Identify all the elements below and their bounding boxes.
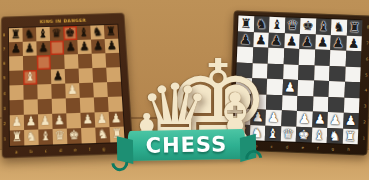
square-g7[interactable]: ♟ bbox=[91, 39, 105, 54]
white-pawn: ♟ bbox=[82, 114, 93, 127]
square-h2[interactable]: ♟ bbox=[109, 111, 124, 127]
square-d3[interactable] bbox=[281, 95, 297, 111]
file-label: f bbox=[89, 147, 91, 153]
app-title: CHESS bbox=[145, 132, 227, 157]
rank-label: 4 bbox=[364, 88, 367, 93]
black-bishop: ♝ bbox=[79, 27, 90, 39]
square-f7[interactable]: ♟ bbox=[315, 34, 331, 50]
black-pawn: ♟ bbox=[317, 35, 329, 48]
square-c6[interactable] bbox=[37, 55, 51, 70]
square-e7[interactable]: ♟ bbox=[299, 33, 315, 49]
square-a8[interactable]: ♜ bbox=[238, 16, 254, 32]
square-g2[interactable]: ♟ bbox=[95, 112, 110, 128]
square-d1[interactable]: ♛ bbox=[280, 126, 296, 142]
square-e4[interactable] bbox=[298, 80, 314, 96]
square-h1[interactable]: ♜ bbox=[342, 128, 358, 144]
black-queen: ♛ bbox=[51, 28, 61, 40]
white-pawn: ♟ bbox=[40, 115, 51, 128]
black-pawn: ♟ bbox=[301, 35, 313, 48]
square-f5[interactable] bbox=[79, 68, 94, 83]
white-knight: ♞ bbox=[329, 129, 341, 142]
square-d5[interactable] bbox=[283, 64, 299, 80]
square-e1[interactable]: ♚ bbox=[296, 126, 312, 142]
square-e8[interactable]: ♚ bbox=[300, 18, 316, 34]
square-b3[interactable] bbox=[24, 99, 38, 114]
square-e2[interactable] bbox=[66, 113, 81, 129]
black-rook: ♜ bbox=[348, 21, 360, 34]
file-label: g bbox=[102, 146, 105, 152]
square-d5[interactable]: ♟ bbox=[51, 69, 65, 84]
square-c4[interactable] bbox=[37, 84, 51, 99]
file-label: h bbox=[347, 147, 350, 152]
square-a3[interactable] bbox=[10, 100, 24, 115]
black-pawn: ♟ bbox=[53, 70, 64, 82]
black-pawn: ♟ bbox=[332, 36, 344, 49]
white-rook: ♜ bbox=[12, 131, 23, 144]
rank-label: 1 bbox=[3, 137, 6, 143]
square-f3[interactable] bbox=[80, 97, 95, 112]
square-h7[interactable]: ♟ bbox=[105, 39, 120, 54]
square-g6[interactable] bbox=[92, 53, 107, 68]
square-b8[interactable]: ♞ bbox=[253, 16, 269, 32]
black-knight: ♞ bbox=[92, 26, 103, 38]
square-e6[interactable] bbox=[299, 49, 315, 65]
square-f7[interactable]: ♟ bbox=[77, 40, 91, 55]
square-c8[interactable]: ♝ bbox=[269, 17, 285, 33]
square-d4[interactable] bbox=[51, 84, 65, 99]
black-pawn: ♟ bbox=[286, 34, 298, 47]
square-b4[interactable] bbox=[23, 85, 37, 100]
file-label: e bbox=[74, 147, 77, 153]
white-bishop: ♝ bbox=[40, 130, 51, 143]
chess-title-ribbon: CHESS bbox=[128, 129, 246, 161]
square-f2[interactable]: ♟ bbox=[312, 111, 328, 127]
square-g4[interactable] bbox=[93, 82, 108, 97]
black-pawn: ♟ bbox=[270, 34, 282, 47]
square-g5[interactable] bbox=[329, 66, 345, 82]
black-pawn: ♟ bbox=[38, 42, 48, 54]
rank-label: 5 bbox=[3, 76, 6, 81]
white-bishop: ♝ bbox=[25, 71, 35, 83]
square-a8[interactable]: ♜ bbox=[9, 28, 23, 42]
square-e6[interactable] bbox=[64, 54, 78, 69]
square-g1[interactable]: ♞ bbox=[95, 127, 110, 143]
square-a2[interactable]: ♟ bbox=[10, 115, 24, 131]
square-h2[interactable]: ♟ bbox=[343, 113, 359, 129]
square-c8[interactable]: ♝ bbox=[36, 27, 50, 41]
black-pawn: ♟ bbox=[25, 43, 35, 55]
square-b8[interactable]: ♞ bbox=[22, 27, 36, 41]
square-d4[interactable]: ♟ bbox=[282, 79, 298, 95]
square-a4[interactable] bbox=[9, 85, 23, 100]
file-label: d bbox=[286, 144, 289, 149]
square-e1[interactable]: ♚ bbox=[67, 128, 82, 144]
square-g2[interactable]: ♟ bbox=[327, 112, 343, 128]
square-b7[interactable]: ♟ bbox=[23, 41, 37, 56]
square-h3[interactable] bbox=[343, 97, 359, 113]
square-d1[interactable]: ♛ bbox=[53, 129, 68, 145]
file-label: d bbox=[59, 147, 62, 153]
square-f4[interactable] bbox=[79, 83, 94, 98]
square-e5[interactable] bbox=[298, 64, 314, 80]
black-knight: ♞ bbox=[255, 17, 267, 30]
white-pawn: ♟ bbox=[111, 113, 122, 126]
square-c5[interactable] bbox=[37, 69, 51, 84]
square-h3[interactable] bbox=[108, 96, 123, 111]
square-h4[interactable] bbox=[344, 82, 360, 98]
square-h6[interactable] bbox=[345, 51, 361, 67]
white-pawn: ♟ bbox=[12, 116, 23, 129]
square-b6[interactable] bbox=[23, 56, 37, 71]
black-king: ♚ bbox=[302, 19, 314, 32]
rank-label: 2 bbox=[3, 121, 6, 127]
square-a6[interactable] bbox=[9, 56, 23, 71]
square-e3[interactable] bbox=[66, 98, 81, 113]
square-h8[interactable]: ♜ bbox=[104, 25, 118, 39]
file-label: a bbox=[15, 149, 18, 155]
square-f2[interactable]: ♟ bbox=[80, 112, 95, 128]
black-queen: ♛ bbox=[286, 19, 298, 32]
black-pawn: ♟ bbox=[93, 40, 104, 52]
square-g3[interactable] bbox=[94, 97, 109, 112]
white-king: ♚ bbox=[298, 128, 310, 141]
square-b1[interactable]: ♞ bbox=[24, 130, 39, 146]
square-f8[interactable]: ♝ bbox=[77, 26, 91, 40]
square-d7[interactable] bbox=[50, 40, 64, 55]
square-h4[interactable] bbox=[107, 82, 122, 97]
white-pawn: ♟ bbox=[284, 81, 296, 94]
square-g1[interactable]: ♞ bbox=[327, 128, 343, 144]
square-b5[interactable]: ♝ bbox=[23, 70, 37, 85]
square-g7[interactable]: ♟ bbox=[330, 35, 346, 51]
rank-label: 4 bbox=[3, 90, 6, 95]
left-board-grid: ♜♞♝♛♚♝♞♜♟♟♟♟♟♟♟♝♟♟♟♟♟♟♟♟♟♜♞♝♛♚♞♜ bbox=[8, 24, 126, 147]
square-f8[interactable]: ♝ bbox=[315, 19, 331, 35]
square-a1[interactable]: ♜ bbox=[10, 130, 25, 146]
square-e3[interactable] bbox=[297, 95, 313, 111]
square-h8[interactable]: ♜ bbox=[346, 20, 362, 36]
black-pawn: ♟ bbox=[106, 40, 117, 52]
rank-label: 8 bbox=[3, 32, 6, 37]
black-knight: ♞ bbox=[24, 29, 34, 41]
white-pawn: ♟ bbox=[329, 113, 341, 126]
square-f5[interactable] bbox=[314, 65, 330, 81]
left-board-rank-labels: 87654321 bbox=[1, 27, 8, 147]
white-rook: ♜ bbox=[344, 129, 356, 142]
square-d7[interactable]: ♟ bbox=[284, 33, 300, 49]
black-king: ♚ bbox=[65, 27, 75, 39]
left-chessboard: KING IN DANGER 87654321 ♜♞♝♛♚♝♞♜♟♟♟♟♟♟♟♝… bbox=[1, 13, 134, 159]
rank-label: 6 bbox=[3, 61, 6, 66]
file-label: e bbox=[301, 145, 304, 150]
white-knight: ♞ bbox=[97, 129, 108, 142]
square-f6[interactable] bbox=[314, 50, 330, 66]
chess-promo-scene: KING IN DANGER 87654321 ♜♞♝♛♚♝♞♜♟♟♟♟♟♟♟♝… bbox=[0, 0, 369, 180]
square-h5[interactable] bbox=[106, 67, 121, 82]
square-g4[interactable] bbox=[328, 81, 344, 97]
square-d8[interactable]: ♛ bbox=[50, 26, 64, 40]
black-rook: ♜ bbox=[11, 29, 21, 41]
black-pawn: ♟ bbox=[11, 43, 21, 55]
rank-label: 7 bbox=[3, 46, 6, 51]
white-queen: ♛ bbox=[282, 127, 294, 140]
rank-label: 6 bbox=[366, 56, 369, 61]
square-c3[interactable] bbox=[38, 99, 52, 114]
white-pawn: ♟ bbox=[298, 112, 310, 125]
black-rook: ♜ bbox=[106, 26, 117, 38]
square-h7[interactable]: ♟ bbox=[346, 35, 362, 51]
square-a7[interactable]: ♟ bbox=[9, 42, 23, 57]
black-pawn: ♟ bbox=[79, 41, 90, 53]
white-king: ♚ bbox=[69, 129, 80, 142]
square-f1[interactable] bbox=[81, 128, 96, 144]
rank-label: 3 bbox=[3, 106, 6, 111]
square-f3[interactable] bbox=[312, 96, 328, 112]
file-label: c bbox=[45, 148, 47, 154]
rank-label: 3 bbox=[364, 104, 367, 109]
black-bishop: ♝ bbox=[38, 28, 48, 40]
white-pawn: ♟ bbox=[96, 113, 107, 126]
square-g6[interactable] bbox=[330, 50, 346, 66]
square-b2[interactable]: ♟ bbox=[24, 114, 38, 130]
square-f1[interactable]: ♝ bbox=[311, 127, 327, 143]
square-c7[interactable]: ♟ bbox=[36, 41, 50, 56]
square-d3[interactable] bbox=[52, 98, 67, 113]
square-e7[interactable]: ♟ bbox=[64, 40, 78, 55]
file-label: b bbox=[30, 149, 33, 155]
square-d6[interactable] bbox=[283, 48, 299, 64]
black-bishop: ♝ bbox=[317, 20, 329, 33]
square-d6[interactable] bbox=[50, 55, 64, 70]
square-e4[interactable]: ♟ bbox=[65, 83, 80, 98]
black-knight: ♞ bbox=[333, 20, 345, 33]
square-c1[interactable]: ♝ bbox=[38, 129, 53, 145]
white-queen: ♛ bbox=[54, 130, 65, 143]
black-pawn: ♟ bbox=[66, 41, 77, 53]
square-a5[interactable] bbox=[9, 70, 23, 85]
rank-label: 2 bbox=[363, 119, 366, 124]
square-c2[interactable]: ♟ bbox=[38, 114, 53, 130]
square-f6[interactable] bbox=[78, 54, 92, 69]
black-bishop: ♝ bbox=[271, 18, 283, 31]
rank-label: 5 bbox=[365, 72, 368, 77]
square-g3[interactable] bbox=[328, 97, 344, 113]
file-label: f bbox=[317, 146, 319, 151]
white-pawn: ♟ bbox=[26, 116, 37, 129]
black-pawn: ♟ bbox=[348, 37, 360, 50]
white-pawn: ♟ bbox=[314, 113, 326, 126]
right-board-rank-labels: 87654321 bbox=[361, 19, 369, 145]
file-label: g bbox=[332, 146, 335, 151]
square-f4[interactable] bbox=[313, 81, 329, 97]
square-g8[interactable]: ♞ bbox=[331, 19, 347, 35]
white-bishop: ♝ bbox=[313, 128, 325, 141]
square-d2[interactable] bbox=[281, 110, 297, 126]
white-pawn: ♟ bbox=[67, 84, 78, 96]
square-g8[interactable]: ♞ bbox=[90, 25, 104, 39]
rank-label: 1 bbox=[363, 135, 366, 140]
white-pawn: ♟ bbox=[54, 115, 65, 128]
square-g5[interactable] bbox=[92, 68, 107, 83]
square-d8[interactable]: ♛ bbox=[284, 17, 300, 33]
black-rook: ♜ bbox=[240, 17, 252, 30]
square-e2[interactable]: ♟ bbox=[296, 111, 312, 127]
square-e5[interactable] bbox=[65, 69, 79, 84]
white-pawn: ♟ bbox=[345, 114, 357, 127]
square-h5[interactable] bbox=[345, 66, 361, 82]
white-knight: ♞ bbox=[26, 131, 37, 144]
square-h6[interactable] bbox=[105, 53, 120, 68]
square-d2[interactable]: ♟ bbox=[52, 113, 67, 129]
